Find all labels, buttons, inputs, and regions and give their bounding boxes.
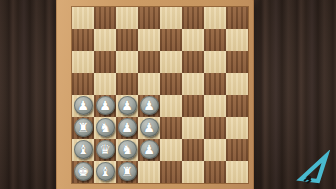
square-d3[interactable]: ♟: [138, 117, 160, 139]
square-f6[interactable]: [182, 51, 204, 73]
square-e5[interactable]: [160, 73, 182, 95]
square-b7[interactable]: [94, 29, 116, 51]
square-b3[interactable]: ♞: [94, 117, 116, 139]
square-b6[interactable]: [94, 51, 116, 73]
square-a7[interactable]: [72, 29, 94, 51]
square-a2[interactable]: ♝: [72, 139, 94, 161]
square-a6[interactable]: [72, 51, 94, 73]
board-grid: ♟♟♟♟♜♞♟♟♝♛♞♟♚♝♜: [72, 7, 248, 183]
square-h2[interactable]: [226, 139, 248, 161]
square-h5[interactable]: [226, 73, 248, 95]
square-b5[interactable]: [94, 73, 116, 95]
square-d6[interactable]: [138, 51, 160, 73]
square-d7[interactable]: [138, 29, 160, 51]
square-h1[interactable]: [226, 161, 248, 183]
piece-white-knight-b3[interactable]: ♞: [96, 118, 115, 137]
chess-board: ♟♟♟♟♜♞♟♟♝♛♞♟♚♝♜: [56, 0, 254, 189]
square-f5[interactable]: [182, 73, 204, 95]
square-g3[interactable]: [204, 117, 226, 139]
square-a1[interactable]: ♚: [72, 161, 94, 183]
square-e4[interactable]: [160, 95, 182, 117]
square-a5[interactable]: [72, 73, 94, 95]
square-h7[interactable]: [226, 29, 248, 51]
square-c1[interactable]: ♜: [116, 161, 138, 183]
piece-white-pawn-d2[interactable]: ♟: [140, 140, 159, 159]
square-c5[interactable]: [116, 73, 138, 95]
square-g5[interactable]: [204, 73, 226, 95]
square-d8[interactable]: [138, 7, 160, 29]
square-a4[interactable]: ♟: [72, 95, 94, 117]
square-d1[interactable]: [138, 161, 160, 183]
square-f3[interactable]: [182, 117, 204, 139]
square-f4[interactable]: [182, 95, 204, 117]
square-g8[interactable]: [204, 7, 226, 29]
piece-white-pawn-d3[interactable]: ♟: [140, 118, 159, 137]
square-e8[interactable]: [160, 7, 182, 29]
square-d4[interactable]: ♟: [138, 95, 160, 117]
square-e7[interactable]: [160, 29, 182, 51]
square-e1[interactable]: [160, 161, 182, 183]
square-f8[interactable]: [182, 7, 204, 29]
square-f1[interactable]: [182, 161, 204, 183]
piece-white-knight-c2[interactable]: ♞: [118, 140, 137, 159]
square-f7[interactable]: [182, 29, 204, 51]
square-g2[interactable]: [204, 139, 226, 161]
square-g6[interactable]: [204, 51, 226, 73]
piece-white-pawn-a4[interactable]: ♟: [74, 96, 93, 115]
square-d5[interactable]: [138, 73, 160, 95]
square-c8[interactable]: [116, 7, 138, 29]
square-g7[interactable]: [204, 29, 226, 51]
arrow-logo-icon: [301, 156, 326, 183]
square-e6[interactable]: [160, 51, 182, 73]
square-e3[interactable]: [160, 117, 182, 139]
square-c6[interactable]: [116, 51, 138, 73]
square-c3[interactable]: ♟: [116, 117, 138, 139]
square-c2[interactable]: ♞: [116, 139, 138, 161]
piece-white-pawn-c3[interactable]: ♟: [118, 118, 137, 137]
square-e2[interactable]: [160, 139, 182, 161]
square-g1[interactable]: [204, 161, 226, 183]
square-c7[interactable]: [116, 29, 138, 51]
square-a8[interactable]: [72, 7, 94, 29]
piece-white-pawn-d4[interactable]: ♟: [140, 96, 159, 115]
square-b2[interactable]: ♛: [94, 139, 116, 161]
square-d2[interactable]: ♟: [138, 139, 160, 161]
square-g4[interactable]: [204, 95, 226, 117]
logo-watermark: [296, 150, 333, 187]
square-h4[interactable]: [226, 95, 248, 117]
square-a3[interactable]: ♜: [72, 117, 94, 139]
square-f2[interactable]: [182, 139, 204, 161]
square-h3[interactable]: [226, 117, 248, 139]
piece-white-bishop-a2[interactable]: ♝: [74, 140, 93, 159]
square-c4[interactable]: ♟: [116, 95, 138, 117]
piece-white-rook-c1[interactable]: ♜: [118, 162, 137, 181]
square-b8[interactable]: [94, 7, 116, 29]
piece-white-rook-a3[interactable]: ♜: [74, 118, 93, 137]
square-h6[interactable]: [226, 51, 248, 73]
square-b4[interactable]: ♟: [94, 95, 116, 117]
piece-white-bishop-b1[interactable]: ♝: [96, 162, 115, 181]
square-b1[interactable]: ♝: [94, 161, 116, 183]
square-h8[interactable]: [226, 7, 248, 29]
piece-white-pawn-c4[interactable]: ♟: [118, 96, 137, 115]
piece-white-pawn-b4[interactable]: ♟: [96, 96, 115, 115]
piece-white-king-a1[interactable]: ♚: [74, 162, 93, 181]
piece-white-queen-b2[interactable]: ♛: [96, 140, 115, 159]
